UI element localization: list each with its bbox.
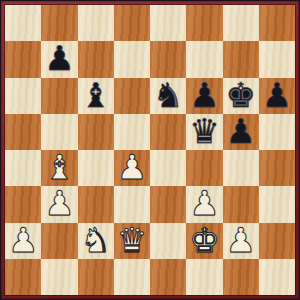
white-bishop[interactable]: ♝ xyxy=(44,150,74,185)
chess-board: ♟♝♞♟♚♟♛♟♝♟♟♟♟♞♛♚♟ xyxy=(5,5,295,295)
square-d8[interactable] xyxy=(114,5,150,41)
square-d3[interactable] xyxy=(114,186,150,222)
square-d2[interactable]: ♛ xyxy=(114,223,150,259)
square-d7[interactable] xyxy=(114,41,150,77)
square-h8[interactable] xyxy=(259,5,295,41)
square-h7[interactable] xyxy=(259,41,295,77)
square-a4[interactable] xyxy=(5,150,41,186)
square-a7[interactable] xyxy=(5,41,41,77)
square-f1[interactable] xyxy=(186,259,222,295)
board-frame: ♟♝♞♟♚♟♛♟♝♟♟♟♟♞♛♚♟ xyxy=(0,0,300,300)
square-h3[interactable] xyxy=(259,186,295,222)
square-b1[interactable] xyxy=(41,259,77,295)
square-b3[interactable]: ♟ xyxy=(41,186,77,222)
square-a3[interactable] xyxy=(5,186,41,222)
square-c2[interactable]: ♞ xyxy=(78,223,114,259)
square-g2[interactable]: ♟ xyxy=(223,223,259,259)
square-g5[interactable]: ♟ xyxy=(223,114,259,150)
square-e3[interactable] xyxy=(150,186,186,222)
square-e1[interactable] xyxy=(150,259,186,295)
square-g1[interactable] xyxy=(223,259,259,295)
square-f7[interactable] xyxy=(186,41,222,77)
square-c8[interactable] xyxy=(78,5,114,41)
square-g6[interactable]: ♚ xyxy=(223,78,259,114)
black-pawn[interactable]: ♟ xyxy=(44,41,74,76)
square-g8[interactable] xyxy=(223,5,259,41)
square-a2[interactable]: ♟ xyxy=(5,223,41,259)
square-c6[interactable]: ♝ xyxy=(78,78,114,114)
square-h5[interactable] xyxy=(259,114,295,150)
square-h6[interactable]: ♟ xyxy=(259,78,295,114)
square-b7[interactable]: ♟ xyxy=(41,41,77,77)
square-c1[interactable] xyxy=(78,259,114,295)
white-king[interactable]: ♚ xyxy=(189,223,219,258)
square-f6[interactable]: ♟ xyxy=(186,78,222,114)
black-pawn[interactable]: ♟ xyxy=(189,78,219,113)
square-h2[interactable] xyxy=(259,223,295,259)
square-e2[interactable] xyxy=(150,223,186,259)
black-pawn[interactable]: ♟ xyxy=(225,114,255,149)
square-a5[interactable] xyxy=(5,114,41,150)
white-pawn[interactable]: ♟ xyxy=(189,186,219,221)
square-b8[interactable] xyxy=(41,5,77,41)
square-h1[interactable] xyxy=(259,259,295,295)
square-c7[interactable] xyxy=(78,41,114,77)
square-f2[interactable]: ♚ xyxy=(186,223,222,259)
square-b4[interactable]: ♝ xyxy=(41,150,77,186)
square-c3[interactable] xyxy=(78,186,114,222)
square-b2[interactable] xyxy=(41,223,77,259)
white-knight[interactable]: ♞ xyxy=(80,223,110,258)
black-king[interactable]: ♚ xyxy=(225,78,255,113)
square-f5[interactable]: ♛ xyxy=(186,114,222,150)
square-a6[interactable] xyxy=(5,78,41,114)
square-g4[interactable] xyxy=(223,150,259,186)
square-d4[interactable]: ♟ xyxy=(114,150,150,186)
square-e8[interactable] xyxy=(150,5,186,41)
black-knight[interactable]: ♞ xyxy=(153,78,183,113)
square-c4[interactable] xyxy=(78,150,114,186)
white-queen[interactable]: ♛ xyxy=(117,223,147,258)
square-a8[interactable] xyxy=(5,5,41,41)
white-pawn[interactable]: ♟ xyxy=(225,223,255,258)
square-b6[interactable] xyxy=(41,78,77,114)
square-d6[interactable] xyxy=(114,78,150,114)
black-queen[interactable]: ♛ xyxy=(189,114,219,149)
square-f4[interactable] xyxy=(186,150,222,186)
square-c5[interactable] xyxy=(78,114,114,150)
black-bishop[interactable]: ♝ xyxy=(80,78,110,113)
square-f3[interactable]: ♟ xyxy=(186,186,222,222)
square-h4[interactable] xyxy=(259,150,295,186)
white-pawn[interactable]: ♟ xyxy=(44,186,74,221)
square-g7[interactable] xyxy=(223,41,259,77)
square-b5[interactable] xyxy=(41,114,77,150)
square-e7[interactable] xyxy=(150,41,186,77)
square-f8[interactable] xyxy=(186,5,222,41)
square-e4[interactable] xyxy=(150,150,186,186)
square-d1[interactable] xyxy=(114,259,150,295)
square-e5[interactable] xyxy=(150,114,186,150)
white-pawn[interactable]: ♟ xyxy=(117,150,147,185)
white-pawn[interactable]: ♟ xyxy=(8,223,38,258)
square-g3[interactable] xyxy=(223,186,259,222)
square-d5[interactable] xyxy=(114,114,150,150)
square-a1[interactable] xyxy=(5,259,41,295)
black-pawn[interactable]: ♟ xyxy=(262,78,292,113)
square-e6[interactable]: ♞ xyxy=(150,78,186,114)
